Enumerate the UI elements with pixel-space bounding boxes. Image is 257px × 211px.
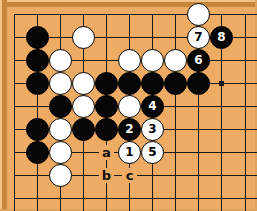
stone-white-move-1: 1 <box>118 141 141 164</box>
stone-black <box>72 118 95 141</box>
stone-black <box>95 95 118 118</box>
grid-line-v-11 <box>245 14 246 211</box>
stone-black <box>164 72 187 95</box>
stone-white-move-7: 7 <box>187 26 210 49</box>
stone-black-move-6: 6 <box>187 49 210 72</box>
stone-white <box>49 118 72 141</box>
stone-white <box>49 141 72 164</box>
stone-white <box>49 49 72 72</box>
stone-black <box>187 72 210 95</box>
stone-black <box>26 118 49 141</box>
stone-black-move-4: 4 <box>141 95 164 118</box>
stone-black <box>26 141 49 164</box>
stone-black-move-8: 8 <box>210 26 233 49</box>
grid-line-v-8 <box>175 14 176 211</box>
go-board: abc78642315 <box>0 0 257 211</box>
stone-white <box>118 49 141 72</box>
stone-white <box>72 72 95 95</box>
point-label-a: a <box>99 145 114 160</box>
stone-black <box>26 49 49 72</box>
board-frame-top-edge <box>0 0 257 7</box>
stone-white <box>141 49 164 72</box>
stone-white <box>49 164 72 187</box>
stone-white <box>49 72 72 95</box>
stone-white <box>164 49 187 72</box>
stone-black <box>49 95 72 118</box>
stone-black <box>95 72 118 95</box>
point-label-c: c <box>122 168 137 183</box>
stone-white <box>118 95 141 118</box>
point-label-b: b <box>99 168 114 183</box>
stone-white-move-5: 5 <box>141 141 164 164</box>
board-frame-left-edge <box>0 0 7 211</box>
stone-white-move-3: 3 <box>141 118 164 141</box>
stone-white <box>72 26 95 49</box>
star-point <box>219 81 224 86</box>
grid-line-v-1 <box>14 14 15 211</box>
stone-black <box>26 72 49 95</box>
stone-black <box>95 118 118 141</box>
stone-white <box>187 3 210 26</box>
stone-white <box>72 95 95 118</box>
stone-black <box>26 26 49 49</box>
stone-black <box>141 72 164 95</box>
stone-black <box>118 72 141 95</box>
stone-black-move-2: 2 <box>118 118 141 141</box>
